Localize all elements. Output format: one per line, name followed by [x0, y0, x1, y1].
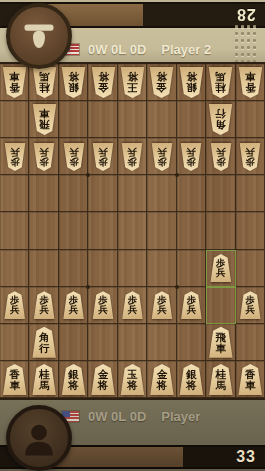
board-cell[interactable]	[147, 101, 176, 138]
board-cell[interactable]	[59, 175, 88, 212]
top-player-record: 0W 0L 0D	[88, 42, 146, 57]
board-cell[interactable]	[0, 212, 29, 249]
shogi-piece-icon	[17, 14, 61, 58]
bottom-timer-bar-fill	[50, 447, 183, 467]
board-cell[interactable]	[236, 212, 265, 249]
board-cell[interactable]: 歩兵	[29, 287, 58, 324]
board-cell[interactable]: 王将	[118, 64, 147, 101]
board-cell[interactable]	[236, 250, 265, 287]
board-cell[interactable]	[88, 101, 117, 138]
bottom-player-name: Player	[161, 409, 200, 424]
board-cell[interactable]: 桂馬	[206, 64, 235, 101]
board-cell[interactable]	[236, 324, 265, 361]
board-cell[interactable]	[206, 212, 235, 249]
board-cell[interactable]: 桂馬	[29, 361, 58, 398]
board-cell[interactable]	[177, 212, 206, 249]
hoshi-point	[175, 173, 179, 177]
board-cell[interactable]	[29, 175, 58, 212]
board-cell[interactable]	[147, 250, 176, 287]
hoshi-point	[86, 173, 90, 177]
shogi-piece[interactable]: 歩兵	[239, 291, 261, 319]
person-icon	[16, 415, 62, 461]
board-cell[interactable]	[177, 101, 206, 138]
stitch-dots	[235, 25, 257, 63]
board-cell[interactable]	[118, 212, 147, 249]
shogi-piece[interactable]: 銀将	[179, 364, 204, 395]
board-cell[interactable]: 歩兵	[0, 287, 29, 324]
board-cell[interactable]: 歩兵	[236, 287, 265, 324]
shogi-piece[interactable]: 香車	[2, 364, 27, 395]
board-cell[interactable]: 歩兵	[59, 287, 88, 324]
board-cell[interactable]	[59, 324, 88, 361]
shogi-piece[interactable]: 王将	[120, 67, 145, 98]
board-cell[interactable]: 香車	[0, 64, 29, 101]
shogi-piece[interactable]: 歩兵	[210, 254, 232, 282]
board-cell[interactable]	[0, 250, 29, 287]
board-cell[interactable]	[177, 324, 206, 361]
shogi-piece[interactable]: 金将	[91, 364, 116, 395]
shogi-piece[interactable]: 歩兵	[4, 143, 26, 171]
shogi-piece[interactable]: 歩兵	[239, 143, 261, 171]
shogi-piece[interactable]: 香車	[238, 67, 263, 98]
board-cell[interactable]: 角行	[206, 101, 235, 138]
shogi-piece[interactable]: 歩兵	[63, 291, 85, 319]
board-cell[interactable]: 歩兵	[147, 287, 176, 324]
hoshi-point	[175, 285, 179, 289]
shogi-piece[interactable]: 歩兵	[33, 143, 55, 171]
board-cell[interactable]	[0, 324, 29, 361]
board-cell[interactable]	[177, 250, 206, 287]
top-timer-value: 28	[236, 5, 256, 23]
shogi-piece[interactable]: 香車	[2, 67, 27, 98]
board-cell[interactable]	[206, 175, 235, 212]
board-cell[interactable]: 歩兵	[118, 138, 147, 175]
shogi-piece[interactable]: 金将	[149, 364, 174, 395]
shogi-piece[interactable]: 歩兵	[151, 143, 173, 171]
board-cell[interactable]: 飛車	[29, 101, 58, 138]
board-cell[interactable]: 歩兵	[29, 138, 58, 175]
board-cell[interactable]	[29, 212, 58, 249]
shogi-piece[interactable]: 歩兵	[63, 143, 85, 171]
board-cell[interactable]: 歩兵	[206, 250, 235, 287]
shogi-piece[interactable]: 歩兵	[210, 143, 232, 171]
board-cell[interactable]: 玉将	[118, 361, 147, 398]
board-cell[interactable]	[118, 324, 147, 361]
shogi-piece[interactable]: 角行	[208, 104, 233, 135]
shogi-piece[interactable]: 玉将	[120, 364, 145, 395]
board-cell[interactable]	[118, 175, 147, 212]
shogi-piece[interactable]: 銀将	[61, 67, 86, 98]
shogi-piece[interactable]: 飛車	[208, 327, 233, 358]
board-cell[interactable]	[118, 101, 147, 138]
bottom-player-avatar[interactable]	[6, 405, 72, 471]
board-cell[interactable]: 金将	[88, 361, 117, 398]
board-cell[interactable]: 歩兵	[118, 287, 147, 324]
shogi-piece[interactable]: 歩兵	[33, 291, 55, 319]
board-cell[interactable]	[88, 212, 117, 249]
board-cell[interactable]: 金将	[147, 361, 176, 398]
shogi-piece[interactable]: 歩兵	[92, 291, 114, 319]
shogi-piece[interactable]: 金将	[91, 67, 116, 98]
board-cell[interactable]: 金将	[88, 64, 117, 101]
shogi-piece[interactable]: 銀将	[179, 67, 204, 98]
shogi-piece[interactable]: 銀将	[61, 364, 86, 395]
board-cell[interactable]	[236, 175, 265, 212]
board-cell[interactable]: 金将	[147, 64, 176, 101]
board-cell[interactable]: 角行	[29, 324, 58, 361]
board-cell[interactable]	[88, 324, 117, 361]
board-cell[interactable]: 香車	[236, 64, 265, 101]
shogi-piece[interactable]: 飛車	[32, 104, 57, 135]
board-cell[interactable]	[59, 250, 88, 287]
shogi-piece[interactable]: 桂馬	[32, 67, 57, 98]
board-cell[interactable]	[147, 212, 176, 249]
board-cell[interactable]: 銀将	[59, 361, 88, 398]
shogi-piece[interactable]: 歩兵	[121, 291, 143, 319]
board-cell[interactable]: 歩兵	[147, 138, 176, 175]
board-cell[interactable]: 歩兵	[177, 138, 206, 175]
board-cell[interactable]	[59, 101, 88, 138]
board-cell[interactable]: 飛車	[206, 324, 235, 361]
board-cell[interactable]: 銀将	[59, 64, 88, 101]
shogi-piece[interactable]: 歩兵	[121, 143, 143, 171]
shogi-piece[interactable]: 歩兵	[4, 291, 26, 319]
board-cell[interactable]: 香車	[0, 361, 29, 398]
board-cell[interactable]: 桂馬	[206, 361, 235, 398]
bottom-player-record: 0W 0L 0D	[88, 409, 146, 424]
shogi-board: 香車桂馬銀将金将王将金将銀将桂馬香車飛車角行歩兵歩兵歩兵歩兵歩兵歩兵歩兵歩兵歩兵…	[0, 62, 265, 400]
shogi-piece[interactable]: 桂馬	[208, 364, 233, 395]
board-cell[interactable]	[88, 250, 117, 287]
shogi-app-screen: 28 0W 0L 0D Player 2 香車桂馬銀将金将王将金将銀将桂馬香車飛…	[0, 0, 265, 471]
board-cell[interactable]: 歩兵	[206, 138, 235, 175]
shogi-piece[interactable]: 歩兵	[180, 143, 202, 171]
bottom-player-row: 0W 0L 0D Player	[62, 408, 200, 424]
board-cell[interactable]	[147, 324, 176, 361]
board-cell[interactable]	[206, 287, 235, 324]
board-cell[interactable]: 歩兵	[0, 138, 29, 175]
shogi-piece[interactable]: 香車	[238, 364, 263, 395]
board-cell[interactable]	[0, 101, 29, 138]
board-cell[interactable]: 歩兵	[88, 287, 117, 324]
board-cell[interactable]: 香車	[236, 361, 265, 398]
top-player-row: 0W 0L 0D Player 2	[62, 41, 211, 57]
board-cell[interactable]: 歩兵	[177, 287, 206, 324]
board-cell[interactable]	[88, 175, 117, 212]
shogi-piece[interactable]: 桂馬	[208, 67, 233, 98]
board-cell[interactable]	[0, 175, 29, 212]
board-cell[interactable]: 歩兵	[236, 138, 265, 175]
board-cell[interactable]	[236, 101, 265, 138]
top-player-name: Player 2	[161, 42, 211, 57]
shogi-piece[interactable]: 歩兵	[92, 143, 114, 171]
board-cell[interactable]	[118, 250, 147, 287]
board-cell[interactable]: 歩兵	[59, 138, 88, 175]
shogi-piece[interactable]: 歩兵	[180, 291, 202, 319]
shogi-piece[interactable]: 桂馬	[32, 364, 57, 395]
top-player-avatar[interactable]	[6, 3, 72, 69]
shogi-piece[interactable]: 角行	[32, 327, 57, 358]
board-cell[interactable]	[59, 212, 88, 249]
board-cell[interactable]: 歩兵	[88, 138, 117, 175]
shogi-piece[interactable]: 金将	[149, 67, 174, 98]
bottom-timer-value: 33	[236, 448, 256, 466]
board-cell[interactable]: 銀将	[177, 64, 206, 101]
hoshi-point	[86, 285, 90, 289]
board-cell[interactable]: 桂馬	[29, 64, 58, 101]
board-cell[interactable]: 銀将	[177, 361, 206, 398]
shogi-piece[interactable]: 歩兵	[151, 291, 173, 319]
board-cell[interactable]	[177, 175, 206, 212]
board-cell[interactable]	[147, 175, 176, 212]
board-cell[interactable]	[29, 250, 58, 287]
